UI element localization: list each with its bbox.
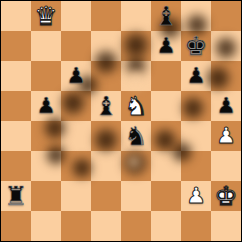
piece-black-king[interactable]: ♚ xyxy=(184,31,207,61)
square-c4[interactable] xyxy=(61,121,91,151)
piece-black-pawn[interactable]: ♟ xyxy=(186,61,206,91)
square-f6[interactable] xyxy=(151,61,181,91)
piece-black-pawn[interactable]: ♟ xyxy=(66,61,86,91)
square-b5[interactable]: ♟ xyxy=(31,91,61,121)
square-c7[interactable] xyxy=(61,31,91,61)
piece-black-pawn[interactable]: ♟ xyxy=(216,91,236,121)
square-h8[interactable] xyxy=(211,1,241,31)
square-g3[interactable] xyxy=(181,151,211,181)
square-g7[interactable]: ♚ xyxy=(181,31,211,61)
square-a8[interactable] xyxy=(1,1,31,31)
square-h3[interactable] xyxy=(211,151,241,181)
chess-board-container: ♛♝♟♚♟♟♟♝♞♟♞♟♜♟♚ xyxy=(0,0,242,242)
square-b2[interactable] xyxy=(31,181,61,211)
square-b1[interactable] xyxy=(31,211,61,241)
square-e2[interactable] xyxy=(121,181,151,211)
square-b3[interactable] xyxy=(31,151,61,181)
square-e1[interactable] xyxy=(121,211,151,241)
square-h7[interactable] xyxy=(211,31,241,61)
square-f8[interactable]: ♝ xyxy=(151,1,181,31)
square-d4[interactable] xyxy=(91,121,121,151)
square-a4[interactable] xyxy=(1,121,31,151)
square-g1[interactable] xyxy=(181,211,211,241)
square-c6[interactable]: ♟ xyxy=(61,61,91,91)
piece-white-pawn[interactable]: ♟ xyxy=(186,181,206,211)
piece-white-pawn[interactable]: ♟ xyxy=(216,121,236,151)
square-d5[interactable]: ♝ xyxy=(91,91,121,121)
square-e6[interactable] xyxy=(121,61,151,91)
square-g8[interactable] xyxy=(181,1,211,31)
piece-white-king[interactable]: ♚ xyxy=(214,181,237,211)
square-b8[interactable]: ♛ xyxy=(31,1,61,31)
piece-white-queen[interactable]: ♛ xyxy=(34,1,57,31)
square-h1[interactable] xyxy=(211,211,241,241)
square-a2[interactable]: ♜ xyxy=(1,181,31,211)
square-e3[interactable] xyxy=(121,151,151,181)
square-f7[interactable]: ♟ xyxy=(151,31,181,61)
square-d6[interactable] xyxy=(91,61,121,91)
square-h2[interactable]: ♚ xyxy=(211,181,241,211)
square-b7[interactable] xyxy=(31,31,61,61)
square-h6[interactable] xyxy=(211,61,241,91)
square-c5[interactable] xyxy=(61,91,91,121)
square-c1[interactable] xyxy=(61,211,91,241)
piece-black-pawn[interactable]: ♟ xyxy=(36,91,56,121)
square-a7[interactable] xyxy=(1,31,31,61)
square-a3[interactable] xyxy=(1,151,31,181)
square-d1[interactable] xyxy=(91,211,121,241)
square-f2[interactable] xyxy=(151,181,181,211)
square-d7[interactable] xyxy=(91,31,121,61)
piece-black-knight[interactable]: ♞ xyxy=(124,121,147,151)
square-e4[interactable]: ♞ xyxy=(121,121,151,151)
square-g4[interactable] xyxy=(181,121,211,151)
square-e8[interactable] xyxy=(121,1,151,31)
square-c3[interactable] xyxy=(61,151,91,181)
square-g2[interactable]: ♟ xyxy=(181,181,211,211)
piece-black-pawn[interactable]: ♟ xyxy=(156,31,176,61)
square-a6[interactable] xyxy=(1,61,31,91)
piece-black-rook[interactable]: ♜ xyxy=(4,181,27,211)
square-g6[interactable]: ♟ xyxy=(181,61,211,91)
square-e5[interactable]: ♞ xyxy=(121,91,151,121)
square-d3[interactable] xyxy=(91,151,121,181)
square-d8[interactable] xyxy=(91,1,121,31)
square-c2[interactable] xyxy=(61,181,91,211)
chess-board: ♛♝♟♚♟♟♟♝♞♟♞♟♜♟♚ xyxy=(1,1,241,241)
piece-white-knight[interactable]: ♞ xyxy=(124,91,147,121)
square-g5[interactable] xyxy=(181,91,211,121)
square-d2[interactable] xyxy=(91,181,121,211)
square-f5[interactable] xyxy=(151,91,181,121)
square-f1[interactable] xyxy=(151,211,181,241)
square-f4[interactable] xyxy=(151,121,181,151)
square-a5[interactable] xyxy=(1,91,31,121)
square-h5[interactable]: ♟ xyxy=(211,91,241,121)
square-f3[interactable] xyxy=(151,151,181,181)
square-c8[interactable] xyxy=(61,1,91,31)
square-e7[interactable] xyxy=(121,31,151,61)
piece-black-bishop[interactable]: ♝ xyxy=(154,1,177,31)
square-a1[interactable] xyxy=(1,211,31,241)
square-b6[interactable] xyxy=(31,61,61,91)
square-b4[interactable] xyxy=(31,121,61,151)
square-h4[interactable]: ♟ xyxy=(211,121,241,151)
piece-black-bishop[interactable]: ♝ xyxy=(94,91,117,121)
